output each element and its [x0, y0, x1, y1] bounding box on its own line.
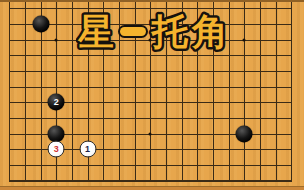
- grid-vline: [244, 0, 245, 182]
- frame-top-edge: [0, 0, 304, 2]
- grid-hline: [9, 87, 292, 88]
- dash-separator-icon: [120, 27, 146, 36]
- move-3-stone-white-D3: 3: [48, 141, 65, 158]
- video-frame: 231 星 托角: [0, 0, 304, 190]
- grid-vline: [25, 0, 26, 182]
- title-banner: 星 托角: [76, 5, 238, 53]
- grid-hline: [9, 165, 292, 166]
- grid-vline: [260, 0, 261, 182]
- frame-bottom-edge: [0, 186, 304, 190]
- title-svg: 星 托角: [76, 5, 238, 53]
- grid-vline: [72, 0, 73, 182]
- star-point-K4: [149, 132, 152, 135]
- star-point-Q10: [243, 38, 246, 41]
- title-part1: 星: [77, 11, 114, 52]
- grid-hline: [9, 71, 292, 72]
- move-1-stone-white-F3: 1: [79, 141, 96, 158]
- star-point-D10: [55, 38, 58, 41]
- stone-black-C11: [32, 16, 49, 33]
- stone-black-Q4: [236, 125, 253, 142]
- title-part2: 托角: [150, 11, 232, 52]
- board-bottom-edge-line: [9, 180, 292, 182]
- stone-black-D4: [48, 125, 65, 142]
- grid-hline: [9, 118, 292, 119]
- grid-hline: [9, 55, 292, 56]
- grid-vline: [9, 0, 10, 182]
- grid-vline: [276, 0, 277, 182]
- move-2-stone-black-D6: 2: [48, 94, 65, 111]
- grid-vline: [291, 0, 292, 182]
